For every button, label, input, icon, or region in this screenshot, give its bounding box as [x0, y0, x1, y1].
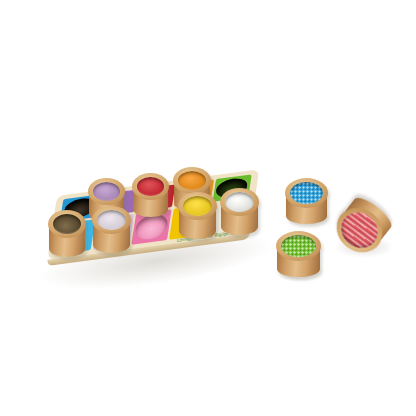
cylinder-wood-rim: [220, 188, 259, 216]
cylinder-wood-rim: [178, 192, 217, 220]
mirror-disc: [225, 192, 254, 212]
sandpaper-cylinder[interactable]: [48, 210, 86, 257]
lilac-felt-cylinder[interactable]: [92, 206, 131, 253]
yellow-felt-cylinder[interactable]: [178, 192, 217, 239]
lilac-felt-disc: [97, 210, 126, 230]
cylinder-wood-rim: [276, 231, 321, 261]
cylinder-wood-rim: [88, 178, 125, 205]
yellow-felt-disc: [183, 196, 212, 216]
cylinder-wood-rim: [285, 178, 328, 208]
red-felt-disc: [137, 177, 164, 196]
green-bumps-cylinder[interactable]: [276, 231, 321, 277]
scene: Lovingly made by Bigjigs Toys: [0, 0, 416, 416]
cylinder-wood-rim: [132, 173, 169, 200]
blue-bumps-cylinder[interactable]: [285, 178, 328, 224]
mirror-cylinder[interactable]: [220, 188, 259, 235]
blue-bumps-disc: [290, 182, 323, 204]
cylinder-wood-rim: [92, 206, 131, 234]
purple-felt-disc: [93, 182, 120, 201]
cylinder-wood-rim: [48, 210, 86, 238]
orange-felt-disc: [178, 171, 206, 190]
green-bumps-disc: [281, 235, 316, 257]
cylinder-wood-rim: [173, 167, 211, 194]
sandpaper-disc: [53, 214, 81, 234]
red-felt-cylinder[interactable]: [132, 173, 169, 217]
